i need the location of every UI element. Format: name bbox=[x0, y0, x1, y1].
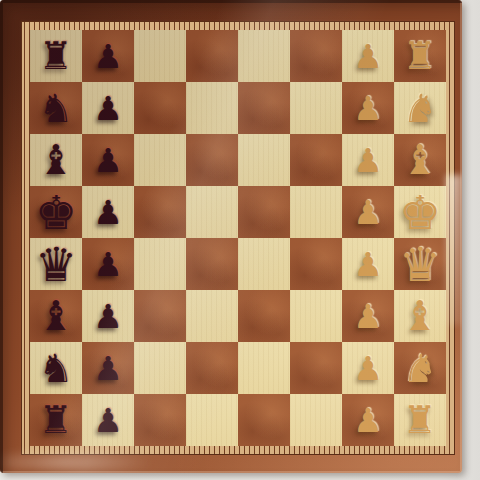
square-b4[interactable] bbox=[238, 342, 290, 394]
square-f5[interactable] bbox=[186, 134, 238, 186]
black-pawn-piece[interactable]: ♟ bbox=[82, 238, 134, 290]
square-h3[interactable] bbox=[290, 30, 342, 82]
black-knight-piece[interactable]: ♞ bbox=[30, 342, 82, 394]
black-bishop-piece[interactable]: ♝ bbox=[30, 290, 82, 342]
black-pawn-piece[interactable]: ♟ bbox=[82, 342, 134, 394]
square-h8[interactable]: ♜ bbox=[30, 30, 82, 82]
square-a5[interactable] bbox=[186, 394, 238, 446]
square-c1[interactable]: ♝ bbox=[394, 290, 446, 342]
square-e7[interactable]: ♟ bbox=[82, 186, 134, 238]
square-a1[interactable]: ♜ bbox=[394, 394, 446, 446]
black-pawn-piece[interactable]: ♟ bbox=[82, 30, 134, 82]
square-g8[interactable]: ♞ bbox=[30, 82, 82, 134]
black-pawn-piece[interactable]: ♟ bbox=[82, 82, 134, 134]
square-h5[interactable] bbox=[186, 30, 238, 82]
white-pawn-piece[interactable]: ♟ bbox=[342, 290, 394, 342]
black-rook-piece[interactable]: ♜ bbox=[30, 30, 82, 82]
square-c8[interactable]: ♝ bbox=[30, 290, 82, 342]
square-d3[interactable] bbox=[290, 238, 342, 290]
square-c4[interactable] bbox=[238, 290, 290, 342]
square-g5[interactable] bbox=[186, 82, 238, 134]
square-h4[interactable] bbox=[238, 30, 290, 82]
square-d7[interactable]: ♟ bbox=[82, 238, 134, 290]
square-f6[interactable] bbox=[134, 134, 186, 186]
square-b3[interactable] bbox=[290, 342, 342, 394]
white-knight-piece[interactable]: ♞ bbox=[394, 342, 446, 394]
square-e1[interactable]: ♚ bbox=[394, 186, 446, 238]
square-g4[interactable] bbox=[238, 82, 290, 134]
square-f2[interactable]: ♟ bbox=[342, 134, 394, 186]
white-pawn-piece[interactable]: ♟ bbox=[342, 394, 394, 446]
square-b7[interactable]: ♟ bbox=[82, 342, 134, 394]
square-d1[interactable]: ♛ bbox=[394, 238, 446, 290]
square-a3[interactable] bbox=[290, 394, 342, 446]
square-c3[interactable] bbox=[290, 290, 342, 342]
square-b1[interactable]: ♞ bbox=[394, 342, 446, 394]
black-queen-piece[interactable]: ♛ bbox=[30, 238, 82, 290]
square-c7[interactable]: ♟ bbox=[82, 290, 134, 342]
square-e2[interactable]: ♟ bbox=[342, 186, 394, 238]
square-h1[interactable]: ♜ bbox=[394, 30, 446, 82]
white-pawn-piece[interactable]: ♟ bbox=[342, 186, 394, 238]
board-grid: ♜♟♟♜♞♟♟♞♝♟♟♝♚♟♟♚♛♟♟♛♝♟♟♝♞♟♟♞♜♟♟♜ bbox=[30, 30, 446, 446]
square-g1[interactable]: ♞ bbox=[394, 82, 446, 134]
square-g7[interactable]: ♟ bbox=[82, 82, 134, 134]
square-h2[interactable]: ♟ bbox=[342, 30, 394, 82]
white-pawn-piece[interactable]: ♟ bbox=[342, 238, 394, 290]
square-h6[interactable] bbox=[134, 30, 186, 82]
black-pawn-piece[interactable]: ♟ bbox=[82, 134, 134, 186]
square-g6[interactable] bbox=[134, 82, 186, 134]
square-d6[interactable] bbox=[134, 238, 186, 290]
black-pawn-piece[interactable]: ♟ bbox=[82, 186, 134, 238]
square-f3[interactable] bbox=[290, 134, 342, 186]
square-a6[interactable] bbox=[134, 394, 186, 446]
square-c5[interactable] bbox=[186, 290, 238, 342]
white-bishop-piece[interactable]: ♝ bbox=[394, 134, 446, 186]
black-king-piece[interactable]: ♚ bbox=[30, 186, 82, 238]
square-b8[interactable]: ♞ bbox=[30, 342, 82, 394]
square-a7[interactable]: ♟ bbox=[82, 394, 134, 446]
black-bishop-piece[interactable]: ♝ bbox=[30, 134, 82, 186]
black-pawn-piece[interactable]: ♟ bbox=[82, 290, 134, 342]
square-b6[interactable] bbox=[134, 342, 186, 394]
white-pawn-piece[interactable]: ♟ bbox=[342, 82, 394, 134]
square-d2[interactable]: ♟ bbox=[342, 238, 394, 290]
black-pawn-piece[interactable]: ♟ bbox=[82, 394, 134, 446]
white-knight-piece[interactable]: ♞ bbox=[394, 82, 446, 134]
chess-board: ♜♟♟♜♞♟♟♞♝♟♟♝♚♟♟♚♛♟♟♛♝♟♟♝♞♟♟♞♜♟♟♜ bbox=[0, 0, 462, 473]
square-d5[interactable] bbox=[186, 238, 238, 290]
black-rook-piece[interactable]: ♜ bbox=[30, 394, 82, 446]
square-b5[interactable] bbox=[186, 342, 238, 394]
square-h7[interactable]: ♟ bbox=[82, 30, 134, 82]
square-a2[interactable]: ♟ bbox=[342, 394, 394, 446]
square-e8[interactable]: ♚ bbox=[30, 186, 82, 238]
square-g3[interactable] bbox=[290, 82, 342, 134]
square-a4[interactable] bbox=[238, 394, 290, 446]
square-f7[interactable]: ♟ bbox=[82, 134, 134, 186]
square-c6[interactable] bbox=[134, 290, 186, 342]
white-bishop-piece[interactable]: ♝ bbox=[394, 290, 446, 342]
square-g2[interactable]: ♟ bbox=[342, 82, 394, 134]
square-f8[interactable]: ♝ bbox=[30, 134, 82, 186]
square-d8[interactable]: ♛ bbox=[30, 238, 82, 290]
white-queen-piece[interactable]: ♛ bbox=[394, 238, 446, 290]
square-c2[interactable]: ♟ bbox=[342, 290, 394, 342]
square-e4[interactable] bbox=[238, 186, 290, 238]
square-f4[interactable] bbox=[238, 134, 290, 186]
square-e3[interactable] bbox=[290, 186, 342, 238]
white-pawn-piece[interactable]: ♟ bbox=[342, 342, 394, 394]
square-a8[interactable]: ♜ bbox=[30, 394, 82, 446]
black-knight-piece[interactable]: ♞ bbox=[30, 82, 82, 134]
white-pawn-piece[interactable]: ♟ bbox=[342, 30, 394, 82]
square-f1[interactable]: ♝ bbox=[394, 134, 446, 186]
white-pawn-piece[interactable]: ♟ bbox=[342, 134, 394, 186]
photo-scene: ♜♟♟♜♞♟♟♞♝♟♟♝♚♟♟♚♛♟♟♛♝♟♟♝♞♟♟♞♜♟♟♜ bbox=[0, 0, 480, 480]
square-d4[interactable] bbox=[238, 238, 290, 290]
white-rook-piece[interactable]: ♜ bbox=[394, 30, 446, 82]
square-e6[interactable] bbox=[134, 186, 186, 238]
white-rook-piece[interactable]: ♜ bbox=[394, 394, 446, 446]
white-king-piece[interactable]: ♚ bbox=[394, 186, 446, 238]
square-e5[interactable] bbox=[186, 186, 238, 238]
square-b2[interactable]: ♟ bbox=[342, 342, 394, 394]
